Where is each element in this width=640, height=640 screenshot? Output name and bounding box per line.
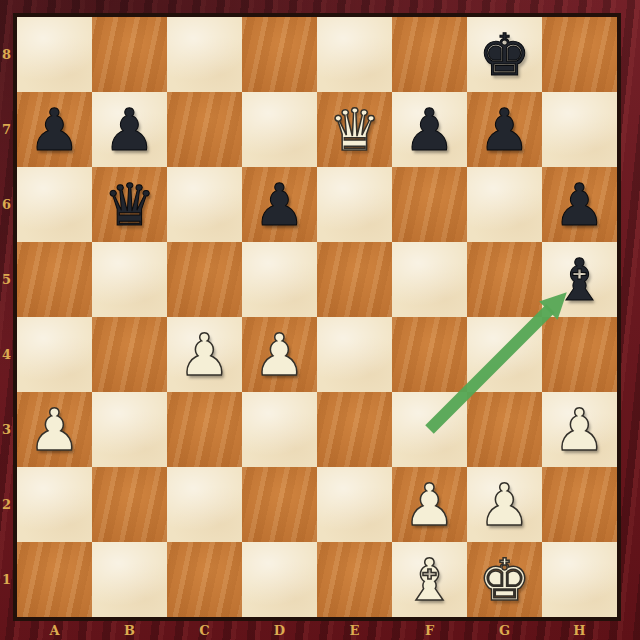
square-f2[interactable]: ♟ <box>392 467 467 542</box>
square-h8[interactable] <box>542 17 617 92</box>
square-c7[interactable] <box>167 92 242 167</box>
square-h1[interactable] <box>542 542 617 617</box>
square-b2[interactable] <box>92 467 167 542</box>
square-g5[interactable] <box>467 242 542 317</box>
square-g2[interactable]: ♟ <box>467 467 542 542</box>
square-d4[interactable]: ♟ <box>242 317 317 392</box>
square-e1[interactable] <box>317 542 392 617</box>
white-pawn-h3[interactable]: ♟ <box>554 401 606 459</box>
square-b5[interactable] <box>92 242 167 317</box>
rank-label-8: 8 <box>0 17 13 92</box>
white-king-g1[interactable]: ♚ <box>479 551 531 609</box>
square-b1[interactable] <box>92 542 167 617</box>
square-f6[interactable] <box>392 167 467 242</box>
square-h5[interactable]: ♝ <box>542 242 617 317</box>
rank-label-6: 6 <box>0 167 13 242</box>
black-king-g8[interactable]: ♚ <box>479 26 531 84</box>
square-a8[interactable] <box>17 17 92 92</box>
black-pawn-h6[interactable]: ♟ <box>554 176 606 234</box>
square-b6[interactable]: ♛ <box>92 167 167 242</box>
rank-label-5: 5 <box>0 242 13 317</box>
black-pawn-d6[interactable]: ♟ <box>254 176 306 234</box>
white-queen-e7[interactable]: ♛ <box>329 101 381 159</box>
square-e5[interactable] <box>317 242 392 317</box>
square-g3[interactable] <box>467 392 542 467</box>
square-g6[interactable] <box>467 167 542 242</box>
square-d5[interactable] <box>242 242 317 317</box>
square-c3[interactable] <box>167 392 242 467</box>
square-a4[interactable] <box>17 317 92 392</box>
file-label-F: F <box>392 620 467 640</box>
square-g4[interactable] <box>467 317 542 392</box>
white-bishop-f1[interactable]: ♝ <box>404 551 456 609</box>
square-g8[interactable]: ♚ <box>467 17 542 92</box>
square-a7[interactable]: ♟ <box>17 92 92 167</box>
black-pawn-a7[interactable]: ♟ <box>29 101 81 159</box>
file-label-E: E <box>317 620 392 640</box>
chess-board: ♚♟♟♛♟♟♛♟♟♝♟♟♟♟♟♟♝♚ <box>13 13 621 621</box>
square-b4[interactable] <box>92 317 167 392</box>
square-e2[interactable] <box>317 467 392 542</box>
square-f3[interactable] <box>392 392 467 467</box>
white-pawn-c4[interactable]: ♟ <box>179 326 231 384</box>
black-queen-b6[interactable]: ♛ <box>104 176 156 234</box>
square-a3[interactable]: ♟ <box>17 392 92 467</box>
square-f7[interactable]: ♟ <box>392 92 467 167</box>
square-a2[interactable] <box>17 467 92 542</box>
square-d8[interactable] <box>242 17 317 92</box>
square-a1[interactable] <box>17 542 92 617</box>
square-h2[interactable] <box>542 467 617 542</box>
file-label-H: H <box>542 620 617 640</box>
white-pawn-d4[interactable]: ♟ <box>254 326 306 384</box>
square-c2[interactable] <box>167 467 242 542</box>
square-b3[interactable] <box>92 392 167 467</box>
square-d1[interactable] <box>242 542 317 617</box>
black-bishop-h5[interactable]: ♝ <box>554 251 606 309</box>
square-h6[interactable]: ♟ <box>542 167 617 242</box>
square-e6[interactable] <box>317 167 392 242</box>
square-h3[interactable]: ♟ <box>542 392 617 467</box>
square-c5[interactable] <box>167 242 242 317</box>
file-label-D: D <box>242 620 317 640</box>
black-pawn-b7[interactable]: ♟ <box>104 101 156 159</box>
black-pawn-f7[interactable]: ♟ <box>404 101 456 159</box>
rank-label-4: 4 <box>0 317 13 392</box>
square-h7[interactable] <box>542 92 617 167</box>
file-label-C: C <box>167 620 242 640</box>
square-c6[interactable] <box>167 167 242 242</box>
square-a5[interactable] <box>17 242 92 317</box>
square-c8[interactable] <box>167 17 242 92</box>
square-d3[interactable] <box>242 392 317 467</box>
square-f1[interactable]: ♝ <box>392 542 467 617</box>
white-pawn-a3[interactable]: ♟ <box>29 401 81 459</box>
rank-label-1: 1 <box>0 542 13 617</box>
square-b7[interactable]: ♟ <box>92 92 167 167</box>
file-label-G: G <box>467 620 542 640</box>
square-h4[interactable] <box>542 317 617 392</box>
square-d2[interactable] <box>242 467 317 542</box>
white-pawn-g2[interactable]: ♟ <box>479 476 531 534</box>
rank-label-7: 7 <box>0 92 13 167</box>
square-g7[interactable]: ♟ <box>467 92 542 167</box>
square-f8[interactable] <box>392 17 467 92</box>
square-a6[interactable] <box>17 167 92 242</box>
square-e8[interactable] <box>317 17 392 92</box>
square-d7[interactable] <box>242 92 317 167</box>
rank-label-2: 2 <box>0 467 13 542</box>
file-label-B: B <box>92 620 167 640</box>
square-c1[interactable] <box>167 542 242 617</box>
square-c4[interactable]: ♟ <box>167 317 242 392</box>
rank-labels: 87654321 <box>0 17 13 617</box>
square-f5[interactable] <box>392 242 467 317</box>
square-f4[interactable] <box>392 317 467 392</box>
square-b8[interactable] <box>92 17 167 92</box>
rank-label-3: 3 <box>0 392 13 467</box>
board-frame: 87654321 ABCDEFGH ♚♟♟♛♟♟♛♟♟♝♟♟♟♟♟♟♝♚ <box>0 0 640 640</box>
square-g1[interactable]: ♚ <box>467 542 542 617</box>
black-pawn-g7[interactable]: ♟ <box>479 101 531 159</box>
square-e3[interactable] <box>317 392 392 467</box>
square-d6[interactable]: ♟ <box>242 167 317 242</box>
square-e4[interactable] <box>317 317 392 392</box>
file-labels: ABCDEFGH <box>17 620 617 640</box>
file-label-A: A <box>17 620 92 640</box>
square-e7[interactable]: ♛ <box>317 92 392 167</box>
white-pawn-f2[interactable]: ♟ <box>404 476 456 534</box>
